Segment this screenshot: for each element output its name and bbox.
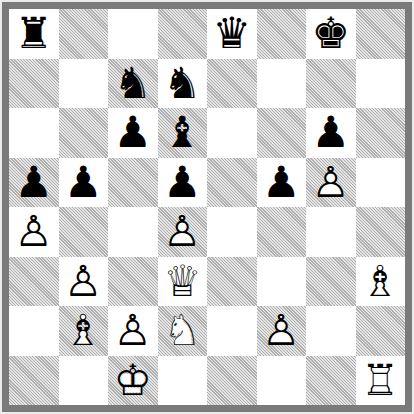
square-f2[interactable]: ♟♙ bbox=[257, 306, 307, 356]
black-p-piece: ♟ bbox=[59, 158, 109, 208]
black-n-piece: ♞ bbox=[158, 59, 208, 109]
square-b5[interactable]: ♟ bbox=[59, 158, 109, 208]
black-b-piece: ♝ bbox=[158, 108, 208, 158]
square-a2[interactable] bbox=[9, 306, 59, 356]
black-k-piece: ♚ bbox=[306, 9, 356, 59]
black-n-piece: ♞ bbox=[108, 59, 158, 109]
square-a7[interactable] bbox=[9, 59, 59, 109]
white-piece-fill: ♟ bbox=[108, 306, 158, 356]
square-f5[interactable]: ♟ bbox=[257, 158, 307, 208]
square-h6[interactable] bbox=[356, 108, 406, 158]
square-f7[interactable] bbox=[257, 59, 307, 109]
square-b4[interactable] bbox=[59, 207, 109, 257]
black-p-piece: ♟ bbox=[306, 108, 356, 158]
square-g8[interactable]: ♚ bbox=[306, 9, 356, 59]
black-r-piece: ♜ bbox=[9, 9, 59, 59]
square-d7[interactable]: ♞ bbox=[158, 59, 208, 109]
square-e6[interactable] bbox=[207, 108, 257, 158]
black-p-piece: ♟ bbox=[9, 158, 59, 208]
white-n-piece: ♘ bbox=[158, 306, 208, 356]
square-h8[interactable] bbox=[356, 9, 406, 59]
square-e2[interactable] bbox=[207, 306, 257, 356]
black-p-piece: ♟ bbox=[108, 108, 158, 158]
square-a3[interactable] bbox=[9, 257, 59, 307]
square-g4[interactable] bbox=[306, 207, 356, 257]
square-h2[interactable] bbox=[356, 306, 406, 356]
square-b7[interactable] bbox=[59, 59, 109, 109]
black-p-piece: ♟ bbox=[158, 158, 208, 208]
square-e4[interactable] bbox=[207, 207, 257, 257]
square-g5[interactable]: ♟♙ bbox=[306, 158, 356, 208]
square-c2[interactable]: ♟♙ bbox=[108, 306, 158, 356]
square-c7[interactable]: ♞ bbox=[108, 59, 158, 109]
square-a8[interactable]: ♜ bbox=[9, 9, 59, 59]
square-e7[interactable] bbox=[207, 59, 257, 109]
square-a5[interactable]: ♟ bbox=[9, 158, 59, 208]
square-b8[interactable] bbox=[59, 9, 109, 59]
square-c1[interactable]: ♚♔ bbox=[108, 356, 158, 406]
square-d3[interactable]: ♛♕ bbox=[158, 257, 208, 307]
white-p-piece: ♙ bbox=[108, 306, 158, 356]
white-piece-fill: ♛ bbox=[158, 257, 208, 307]
white-piece-fill: ♟ bbox=[158, 207, 208, 257]
square-h4[interactable] bbox=[356, 207, 406, 257]
square-b6[interactable] bbox=[59, 108, 109, 158]
square-f1[interactable] bbox=[257, 356, 307, 406]
square-d2[interactable]: ♞♘ bbox=[158, 306, 208, 356]
square-c5[interactable] bbox=[108, 158, 158, 208]
black-q-piece: ♛ bbox=[207, 9, 257, 59]
white-piece-fill: ♟ bbox=[9, 207, 59, 257]
square-h5[interactable] bbox=[356, 158, 406, 208]
square-f8[interactable] bbox=[257, 9, 307, 59]
square-h3[interactable]: ♝♗ bbox=[356, 257, 406, 307]
white-q-piece: ♕ bbox=[158, 257, 208, 307]
square-f3[interactable] bbox=[257, 257, 307, 307]
square-d5[interactable]: ♟ bbox=[158, 158, 208, 208]
square-d1[interactable] bbox=[158, 356, 208, 406]
square-h1[interactable]: ♜♖ bbox=[356, 356, 406, 406]
white-piece-fill: ♞ bbox=[158, 306, 208, 356]
white-piece-fill: ♟ bbox=[306, 158, 356, 208]
square-b2[interactable]: ♝♗ bbox=[59, 306, 109, 356]
square-e8[interactable]: ♛ bbox=[207, 9, 257, 59]
white-piece-fill: ♟ bbox=[257, 306, 307, 356]
square-a1[interactable] bbox=[9, 356, 59, 406]
square-c6[interactable]: ♟ bbox=[108, 108, 158, 158]
chess-diagram: ♜♛♚♞♞♟♝♟♟♟♟♟♟♙♟♙♟♙♟♙♛♕♝♗♝♗♟♙♞♘♟♙♚♔♜♖ bbox=[0, 0, 414, 414]
square-g7[interactable] bbox=[306, 59, 356, 109]
square-c4[interactable] bbox=[108, 207, 158, 257]
square-e1[interactable] bbox=[207, 356, 257, 406]
white-r-piece: ♖ bbox=[356, 356, 406, 406]
square-e3[interactable] bbox=[207, 257, 257, 307]
square-b1[interactable] bbox=[59, 356, 109, 406]
square-a4[interactable]: ♟♙ bbox=[9, 207, 59, 257]
white-p-piece: ♙ bbox=[306, 158, 356, 208]
chess-board: ♜♛♚♞♞♟♝♟♟♟♟♟♟♙♟♙♟♙♟♙♛♕♝♗♝♗♟♙♞♘♟♙♚♔♜♖ bbox=[9, 9, 405, 405]
white-piece-fill: ♟ bbox=[59, 257, 109, 307]
white-piece-fill: ♜ bbox=[356, 356, 406, 406]
square-c3[interactable] bbox=[108, 257, 158, 307]
square-g3[interactable] bbox=[306, 257, 356, 307]
square-d6[interactable]: ♝ bbox=[158, 108, 208, 158]
square-d8[interactable] bbox=[158, 9, 208, 59]
square-b3[interactable]: ♟♙ bbox=[59, 257, 109, 307]
square-f4[interactable] bbox=[257, 207, 307, 257]
square-h7[interactable] bbox=[356, 59, 406, 109]
white-b-piece: ♗ bbox=[59, 306, 109, 356]
white-k-piece: ♔ bbox=[108, 356, 158, 406]
white-p-piece: ♙ bbox=[158, 207, 208, 257]
white-p-piece: ♙ bbox=[9, 207, 59, 257]
square-a6[interactable] bbox=[9, 108, 59, 158]
square-g1[interactable] bbox=[306, 356, 356, 406]
white-p-piece: ♙ bbox=[59, 257, 109, 307]
white-p-piece: ♙ bbox=[257, 306, 307, 356]
square-d4[interactable]: ♟♙ bbox=[158, 207, 208, 257]
white-piece-fill: ♝ bbox=[356, 257, 406, 307]
square-f6[interactable] bbox=[257, 108, 307, 158]
black-p-piece: ♟ bbox=[257, 158, 307, 208]
board-frame: ♜♛♚♞♞♟♝♟♟♟♟♟♟♙♟♙♟♙♟♙♛♕♝♗♝♗♟♙♞♘♟♙♚♔♜♖ bbox=[2, 2, 412, 412]
square-c8[interactable] bbox=[108, 9, 158, 59]
white-piece-fill: ♚ bbox=[108, 356, 158, 406]
white-b-piece: ♗ bbox=[356, 257, 406, 307]
square-e5[interactable] bbox=[207, 158, 257, 208]
square-g2[interactable] bbox=[306, 306, 356, 356]
square-g6[interactable]: ♟ bbox=[306, 108, 356, 158]
white-piece-fill: ♝ bbox=[59, 306, 109, 356]
